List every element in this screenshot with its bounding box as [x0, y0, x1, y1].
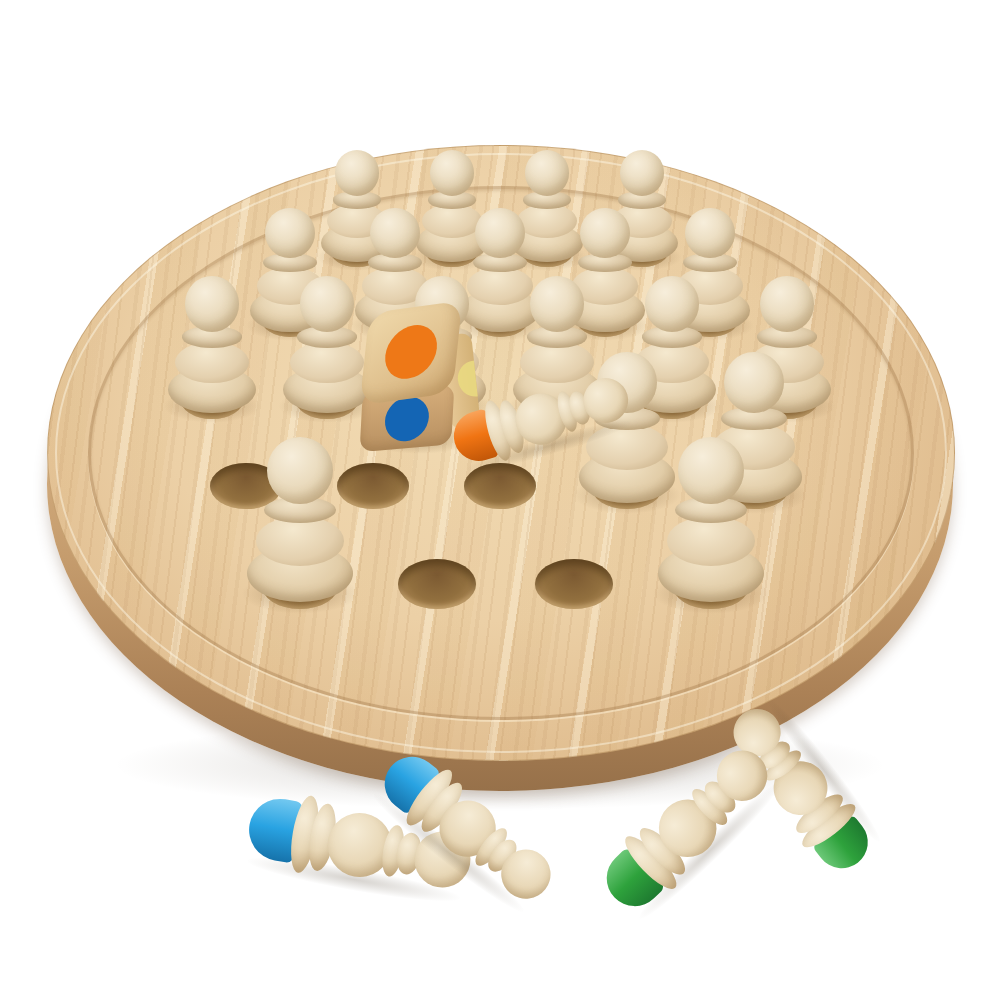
peg-head — [370, 208, 419, 258]
board-hole-r5c3[interactable] — [535, 559, 613, 610]
peg-head — [760, 276, 814, 332]
board-hole-r5c2[interactable] — [398, 559, 476, 610]
peg-head — [335, 150, 379, 196]
peg-head — [475, 208, 524, 258]
peg-head — [530, 276, 584, 332]
die-orange-dot — [383, 322, 440, 383]
standing-peg-r5c4[interactable] — [658, 437, 764, 610]
peg-head — [724, 352, 784, 413]
peg-head — [265, 208, 314, 258]
die-blue-dot — [384, 395, 430, 443]
peg-body — [667, 516, 756, 566]
peg-body — [256, 516, 345, 566]
standing-peg-r5c1[interactable] — [247, 437, 353, 610]
peg-head — [678, 437, 744, 504]
peg-head — [300, 276, 354, 332]
die-yellow-dot — [456, 359, 481, 398]
peg-head — [620, 150, 664, 196]
peg-head — [185, 276, 239, 332]
peg-head — [645, 276, 699, 332]
peg-body — [175, 342, 248, 383]
peg-head — [430, 150, 474, 196]
peg-head — [525, 150, 569, 196]
peg-head — [267, 437, 333, 504]
standing-peg-r3c1[interactable] — [168, 276, 255, 419]
peg-body — [290, 342, 363, 383]
peg-head — [685, 208, 734, 258]
memory-chess-scene — [0, 0, 1000, 1001]
standing-peg-r3c2[interactable] — [283, 276, 370, 419]
peg-head — [580, 208, 629, 258]
